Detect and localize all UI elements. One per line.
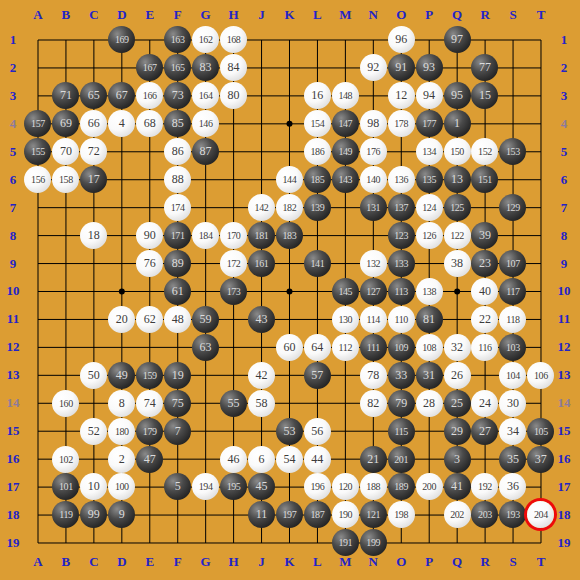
intersection-E13[interactable]: 159: [136, 361, 164, 389]
black-stone-M5: 149: [332, 138, 359, 165]
row-label-right-1: 1: [551, 32, 577, 48]
move-number-90: 90: [144, 222, 156, 249]
black-stone-F3: 73: [164, 82, 191, 109]
intersection-M11[interactable]: 130: [331, 305, 359, 333]
intersection-C17[interactable]: 10: [80, 473, 108, 501]
intersection-R2[interactable]: 77: [471, 54, 499, 82]
intersection-B16[interactable]: 102: [52, 445, 80, 473]
intersection-P5[interactable]: 134: [415, 138, 443, 166]
intersection-S15[interactable]: 34: [499, 417, 527, 445]
white-stone-N11: 114: [360, 306, 387, 333]
intersection-F7[interactable]: 174: [164, 194, 192, 222]
move-number-7: 7: [175, 418, 181, 445]
intersection-G2[interactable]: 83: [192, 54, 220, 82]
intersection-R3[interactable]: 15: [471, 82, 499, 110]
intersection-Q6[interactable]: 13: [443, 166, 471, 194]
move-number-92: 92: [367, 54, 379, 81]
move-number-109: 109: [394, 334, 408, 361]
white-stone-B6: 158: [52, 166, 79, 193]
move-number-127: 127: [366, 278, 380, 305]
row-label-left-14: 14: [0, 395, 26, 411]
intersection-R17[interactable]: 192: [471, 473, 499, 501]
intersection-Q13[interactable]: 26: [443, 361, 471, 389]
black-stone-R2: 77: [471, 54, 498, 81]
intersection-P6[interactable]: 135: [415, 166, 443, 194]
black-stone-B18: 119: [52, 501, 79, 528]
intersection-Q15[interactable]: 29: [443, 417, 471, 445]
black-stone-S18: 193: [499, 501, 526, 528]
intersection-R10[interactable]: 40: [471, 277, 499, 305]
white-stone-P7: 124: [416, 194, 443, 221]
intersection-F3[interactable]: 73: [164, 82, 192, 110]
move-number-169: 169: [115, 26, 129, 53]
intersection-R12[interactable]: 116: [471, 333, 499, 361]
intersection-F15[interactable]: 7: [164, 417, 192, 445]
intersection-J9[interactable]: 161: [248, 250, 276, 278]
intersection-H9[interactable]: 172: [220, 250, 248, 278]
intersection-F1[interactable]: 163: [164, 26, 192, 54]
row-label-right-17: 17: [551, 479, 577, 495]
intersection-T13[interactable]: 106: [527, 361, 555, 389]
intersection-A4[interactable]: 157: [24, 110, 52, 138]
black-stone-C18: 99: [80, 501, 107, 528]
intersection-S18[interactable]: 193: [499, 501, 527, 529]
intersection-N13[interactable]: 78: [359, 361, 387, 389]
intersection-N5[interactable]: 176: [359, 138, 387, 166]
move-number-151: 151: [478, 166, 492, 193]
black-stone-G12: 63: [192, 334, 219, 361]
move-number-31: 31: [423, 362, 435, 389]
intersection-P7[interactable]: 124: [415, 194, 443, 222]
intersection-L17[interactable]: 196: [303, 473, 331, 501]
intersection-Q18[interactable]: 202: [443, 501, 471, 529]
intersection-C6[interactable]: 17: [80, 166, 108, 194]
intersection-F5[interactable]: 86: [164, 138, 192, 166]
intersection-L6[interactable]: 185: [303, 166, 331, 194]
intersection-C5[interactable]: 72: [80, 138, 108, 166]
intersection-S7[interactable]: 129: [499, 194, 527, 222]
move-number-135: 135: [422, 166, 436, 193]
intersection-T16[interactable]: 37: [527, 445, 555, 473]
intersection-C4[interactable]: 66: [80, 110, 108, 138]
intersection-K12[interactable]: 60: [275, 333, 303, 361]
intersection-G5[interactable]: 87: [192, 138, 220, 166]
move-number-116: 116: [478, 334, 491, 361]
intersection-D16[interactable]: 2: [108, 445, 136, 473]
move-number-94: 94: [423, 82, 435, 109]
intersection-F8[interactable]: 171: [164, 222, 192, 250]
black-stone-M19: 191: [332, 529, 359, 556]
move-number-189: 189: [394, 473, 408, 500]
intersection-D1[interactable]: 169: [108, 26, 136, 54]
white-stone-E8: 90: [136, 222, 163, 249]
row-label-right-3: 3: [551, 88, 577, 104]
intersection-N7[interactable]: 131: [359, 194, 387, 222]
intersection-H16[interactable]: 46: [220, 445, 248, 473]
black-stone-T15: 105: [527, 418, 554, 445]
intersection-L3[interactable]: 16: [303, 82, 331, 110]
intersection-E15[interactable]: 179: [136, 417, 164, 445]
intersection-R5[interactable]: 152: [471, 138, 499, 166]
intersection-L13[interactable]: 57: [303, 361, 331, 389]
intersection-N16[interactable]: 21: [359, 445, 387, 473]
row-label-left-19: 19: [0, 535, 26, 551]
intersection-S11[interactable]: 118: [499, 305, 527, 333]
intersection-C13[interactable]: 50: [80, 361, 108, 389]
intersection-G8[interactable]: 184: [192, 222, 220, 250]
intersection-P12[interactable]: 108: [415, 333, 443, 361]
row-label-right-19: 19: [551, 535, 577, 551]
white-stone-L15: 56: [304, 418, 331, 445]
intersection-O14[interactable]: 79: [387, 389, 415, 417]
intersection-E11[interactable]: 62: [136, 305, 164, 333]
intersection-K15[interactable]: 53: [275, 417, 303, 445]
intersection-K6[interactable]: 144: [275, 166, 303, 194]
move-number-134: 134: [422, 138, 436, 165]
intersection-T18[interactable]: 204: [527, 501, 555, 529]
intersection-H14[interactable]: 55: [220, 389, 248, 417]
move-number-74: 74: [144, 390, 156, 417]
white-stone-N14: 82: [360, 390, 387, 417]
move-number-173: 173: [227, 278, 241, 305]
column-label-top-N: N: [360, 7, 386, 23]
intersection-H8[interactable]: 170: [220, 222, 248, 250]
black-stone-N7: 131: [360, 194, 387, 221]
white-stone-N17: 188: [360, 473, 387, 500]
intersection-P4[interactable]: 177: [415, 110, 443, 138]
intersection-F6[interactable]: 88: [164, 166, 192, 194]
column-label-top-L: L: [304, 7, 330, 23]
intersection-S14[interactable]: 30: [499, 389, 527, 417]
move-number-177: 177: [422, 110, 436, 137]
intersection-K16[interactable]: 54: [275, 445, 303, 473]
intersection-Q8[interactable]: 122: [443, 222, 471, 250]
intersection-E4[interactable]: 68: [136, 110, 164, 138]
move-number-35: 35: [507, 446, 519, 473]
intersection-P8[interactable]: 126: [415, 222, 443, 250]
intersection-G3[interactable]: 164: [192, 82, 220, 110]
intersection-Q9[interactable]: 38: [443, 250, 471, 278]
intersection-N17[interactable]: 188: [359, 473, 387, 501]
intersection-Q1[interactable]: 97: [443, 26, 471, 54]
intersection-D4[interactable]: 4: [108, 110, 136, 138]
intersection-K18[interactable]: 197: [275, 501, 303, 529]
intersection-M3[interactable]: 148: [331, 82, 359, 110]
intersection-J7[interactable]: 142: [248, 194, 276, 222]
intersection-F13[interactable]: 19: [164, 361, 192, 389]
intersection-N14[interactable]: 82: [359, 389, 387, 417]
intersection-B5[interactable]: 70: [52, 138, 80, 166]
intersection-S5[interactable]: 153: [499, 138, 527, 166]
intersection-O6[interactable]: 136: [387, 166, 415, 194]
intersection-M17[interactable]: 120: [331, 473, 359, 501]
intersection-F9[interactable]: 89: [164, 250, 192, 278]
row-label-right-14: 14: [551, 395, 577, 411]
intersection-R14[interactable]: 24: [471, 389, 499, 417]
move-number-204: 204: [534, 501, 548, 528]
intersection-G1[interactable]: 162: [192, 26, 220, 54]
white-stone-C5: 72: [80, 138, 107, 165]
black-stone-J8: 181: [248, 222, 275, 249]
black-stone-Q4: 1: [444, 110, 471, 137]
intersection-O12[interactable]: 109: [387, 333, 415, 361]
intersection-L18[interactable]: 187: [303, 501, 331, 529]
intersection-O4[interactable]: 178: [387, 110, 415, 138]
intersection-M18[interactable]: 190: [331, 501, 359, 529]
black-stone-Q7: 125: [444, 194, 471, 221]
intersection-S10[interactable]: 117: [499, 277, 527, 305]
intersection-O16[interactable]: 201: [387, 445, 415, 473]
intersection-O15[interactable]: 115: [387, 417, 415, 445]
intersection-S13[interactable]: 104: [499, 361, 527, 389]
intersection-R18[interactable]: 203: [471, 501, 499, 529]
black-stone-F17: 5: [164, 473, 191, 500]
move-number-17: 17: [88, 166, 100, 193]
intersection-F4[interactable]: 85: [164, 110, 192, 138]
intersection-C15[interactable]: 52: [80, 417, 108, 445]
intersection-O1[interactable]: 96: [387, 26, 415, 54]
intersection-P2[interactable]: 93: [415, 54, 443, 82]
intersection-Q12[interactable]: 32: [443, 333, 471, 361]
intersection-G12[interactable]: 63: [192, 333, 220, 361]
move-number-96: 96: [395, 26, 407, 53]
intersection-J18[interactable]: 11: [248, 501, 276, 529]
move-number-183: 183: [283, 222, 297, 249]
intersection-J11[interactable]: 43: [248, 305, 276, 333]
intersection-N10[interactable]: 127: [359, 277, 387, 305]
intersection-S16[interactable]: 35: [499, 445, 527, 473]
intersection-D18[interactable]: 9: [108, 501, 136, 529]
move-number-120: 120: [338, 473, 352, 500]
intersection-B3[interactable]: 71: [52, 82, 80, 110]
intersection-Q3[interactable]: 95: [443, 82, 471, 110]
move-number-1: 1: [454, 110, 460, 137]
intersection-A6[interactable]: 156: [24, 166, 52, 194]
intersection-H10[interactable]: 173: [220, 277, 248, 305]
move-number-18: 18: [88, 222, 100, 249]
move-number-202: 202: [450, 501, 464, 528]
intersection-E2[interactable]: 167: [136, 54, 164, 82]
move-number-164: 164: [199, 82, 213, 109]
white-stone-N4: 98: [360, 110, 387, 137]
intersection-P14[interactable]: 28: [415, 389, 443, 417]
intersection-E3[interactable]: 166: [136, 82, 164, 110]
intersection-L4[interactable]: 154: [303, 110, 331, 138]
move-number-172: 172: [227, 250, 241, 277]
intersection-Q16[interactable]: 3: [443, 445, 471, 473]
intersection-N9[interactable]: 132: [359, 250, 387, 278]
intersection-B17[interactable]: 101: [52, 473, 80, 501]
intersection-Q5[interactable]: 150: [443, 138, 471, 166]
move-number-91: 91: [395, 54, 407, 81]
intersection-E8[interactable]: 90: [136, 222, 164, 250]
white-stone-R14: 24: [471, 390, 498, 417]
intersection-P13[interactable]: 31: [415, 361, 443, 389]
intersection-S17[interactable]: 36: [499, 473, 527, 501]
intersection-O8[interactable]: 123: [387, 222, 415, 250]
intersection-H2[interactable]: 84: [220, 54, 248, 82]
intersection-S9[interactable]: 107: [499, 250, 527, 278]
intersection-D13[interactable]: 49: [108, 361, 136, 389]
move-number-138: 138: [422, 278, 436, 305]
intersection-B18[interactable]: 119: [52, 501, 80, 529]
move-number-143: 143: [338, 166, 352, 193]
move-number-65: 65: [88, 82, 100, 109]
move-number-81: 81: [423, 306, 435, 333]
intersection-H17[interactable]: 195: [220, 473, 248, 501]
move-number-170: 170: [227, 222, 241, 249]
intersection-D17[interactable]: 100: [108, 473, 136, 501]
intersection-J13[interactable]: 42: [248, 361, 276, 389]
intersection-L12[interactable]: 64: [303, 333, 331, 361]
intersection-P17[interactable]: 200: [415, 473, 443, 501]
intersection-Q4[interactable]: 1: [443, 110, 471, 138]
white-stone-H2: 84: [220, 54, 247, 81]
move-number-61: 61: [172, 278, 184, 305]
row-label-right-13: 13: [551, 367, 577, 383]
move-number-176: 176: [366, 138, 380, 165]
intersection-E9[interactable]: 76: [136, 250, 164, 278]
intersection-N19[interactable]: 199: [359, 529, 387, 557]
move-number-25: 25: [451, 390, 463, 417]
intersection-A5[interactable]: 155: [24, 138, 52, 166]
intersection-O17[interactable]: 189: [387, 473, 415, 501]
intersection-H3[interactable]: 80: [220, 82, 248, 110]
intersection-M10[interactable]: 145: [331, 277, 359, 305]
intersection-F10[interactable]: 61: [164, 277, 192, 305]
intersection-L7[interactable]: 139: [303, 194, 331, 222]
move-number-180: 180: [115, 418, 129, 445]
move-number-101: 101: [59, 473, 73, 500]
move-number-146: 146: [199, 110, 213, 137]
intersection-R15[interactable]: 27: [471, 417, 499, 445]
black-stone-P2: 93: [416, 54, 443, 81]
column-label-top-R: R: [472, 7, 498, 23]
intersection-G17[interactable]: 194: [192, 473, 220, 501]
intersection-N11[interactable]: 114: [359, 305, 387, 333]
intersection-O10[interactable]: 113: [387, 277, 415, 305]
intersection-C18[interactable]: 99: [80, 501, 108, 529]
intersection-S12[interactable]: 103: [499, 333, 527, 361]
intersection-Q14[interactable]: 25: [443, 389, 471, 417]
intersection-M4[interactable]: 147: [331, 110, 359, 138]
white-stone-H1: 168: [220, 26, 247, 53]
intersection-J16[interactable]: 6: [248, 445, 276, 473]
intersection-D11[interactable]: 20: [108, 305, 136, 333]
intersection-O11[interactable]: 110: [387, 305, 415, 333]
intersection-M6[interactable]: 143: [331, 166, 359, 194]
black-stone-E13: 159: [136, 362, 163, 389]
intersection-F2[interactable]: 165: [164, 54, 192, 82]
intersection-E14[interactable]: 74: [136, 389, 164, 417]
intersection-P3[interactable]: 94: [415, 82, 443, 110]
move-number-103: 103: [506, 334, 520, 361]
intersection-N2[interactable]: 92: [359, 54, 387, 82]
intersection-L16[interactable]: 44: [303, 445, 331, 473]
white-stone-P3: 94: [416, 82, 443, 109]
black-stone-F14: 75: [164, 390, 191, 417]
move-number-3: 3: [454, 446, 460, 473]
intersection-P11[interactable]: 81: [415, 305, 443, 333]
intersection-J17[interactable]: 45: [248, 473, 276, 501]
black-stone-F10: 61: [164, 278, 191, 305]
black-stone-F13: 19: [164, 362, 191, 389]
intersection-R11[interactable]: 22: [471, 305, 499, 333]
intersection-F14[interactable]: 75: [164, 389, 192, 417]
move-number-93: 93: [423, 54, 435, 81]
intersection-O3[interactable]: 12: [387, 82, 415, 110]
intersection-L5[interactable]: 186: [303, 138, 331, 166]
intersection-G11[interactable]: 59: [192, 305, 220, 333]
intersection-O18[interactable]: 198: [387, 501, 415, 529]
white-stone-K12: 60: [276, 334, 303, 361]
intersection-E16[interactable]: 47: [136, 445, 164, 473]
intersection-B4[interactable]: 69: [52, 110, 80, 138]
intersection-Q17[interactable]: 41: [443, 473, 471, 501]
intersection-R8[interactable]: 39: [471, 222, 499, 250]
row-label-right-2: 2: [551, 60, 577, 76]
intersection-H1[interactable]: 168: [220, 26, 248, 54]
go-board-play-area[interactable]: 1691631621689697167165838492919377716567…: [24, 26, 555, 557]
white-stone-B5: 70: [52, 138, 79, 165]
intersection-D14[interactable]: 8: [108, 389, 136, 417]
black-stone-F9: 89: [164, 250, 191, 277]
intersection-O2[interactable]: 91: [387, 54, 415, 82]
white-stone-M12: 112: [332, 334, 359, 361]
white-stone-D4: 4: [108, 110, 135, 137]
intersection-G4[interactable]: 146: [192, 110, 220, 138]
intersection-D3[interactable]: 67: [108, 82, 136, 110]
column-label-top-E: E: [137, 7, 163, 23]
black-stone-R9: 23: [471, 250, 498, 277]
intersection-O7[interactable]: 137: [387, 194, 415, 222]
intersection-R9[interactable]: 23: [471, 250, 499, 278]
intersection-C8[interactable]: 18: [80, 222, 108, 250]
intersection-M5[interactable]: 149: [331, 138, 359, 166]
intersection-N4[interactable]: 98: [359, 110, 387, 138]
intersection-B14[interactable]: 160: [52, 389, 80, 417]
intersection-M19[interactable]: 191: [331, 529, 359, 557]
intersection-J8[interactable]: 181: [248, 222, 276, 250]
intersection-K8[interactable]: 183: [275, 222, 303, 250]
intersection-P10[interactable]: 138: [415, 277, 443, 305]
intersection-J14[interactable]: 58: [248, 389, 276, 417]
move-number-40: 40: [479, 278, 491, 305]
black-stone-O15: 115: [388, 418, 415, 445]
intersection-T15[interactable]: 105: [527, 417, 555, 445]
intersection-N18[interactable]: 121: [359, 501, 387, 529]
intersection-Q7[interactable]: 125: [443, 194, 471, 222]
intersection-F11[interactable]: 48: [164, 305, 192, 333]
intersection-K7[interactable]: 182: [275, 194, 303, 222]
intersection-O13[interactable]: 33: [387, 361, 415, 389]
intersection-F17[interactable]: 5: [164, 473, 192, 501]
move-number-199: 199: [366, 529, 380, 556]
intersection-L15[interactable]: 56: [303, 417, 331, 445]
black-stone-G11: 59: [192, 306, 219, 333]
intersection-D15[interactable]: 180: [108, 417, 136, 445]
move-number-117: 117: [506, 278, 519, 305]
intersection-M12[interactable]: 112: [331, 333, 359, 361]
intersection-N12[interactable]: 111: [359, 333, 387, 361]
intersection-B6[interactable]: 158: [52, 166, 80, 194]
intersection-C3[interactable]: 65: [80, 82, 108, 110]
intersection-L9[interactable]: 141: [303, 250, 331, 278]
intersection-R6[interactable]: 151: [471, 166, 499, 194]
black-stone-J18: 11: [248, 501, 275, 528]
intersection-O9[interactable]: 133: [387, 250, 415, 278]
intersection-N6[interactable]: 140: [359, 166, 387, 194]
